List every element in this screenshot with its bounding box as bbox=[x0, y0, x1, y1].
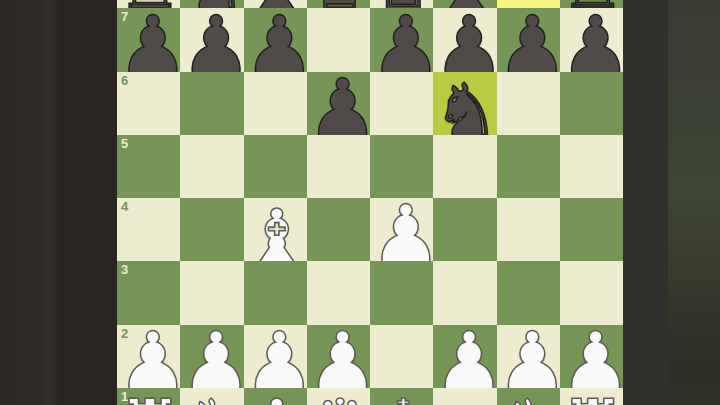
square-d1[interactable]: ♛ bbox=[307, 388, 370, 405]
video-frame: 8♜♞♝♛♚♝♜7♟♟♟♟♟♟♟6♟♞54♝♟32♟♟♟♟♟♟♟1♜♞♝♛♚♞♜ bbox=[0, 0, 720, 405]
square-d8[interactable]: ♛ bbox=[307, 0, 370, 8]
letterbox-left-bar bbox=[0, 0, 117, 405]
square-e3[interactable] bbox=[370, 261, 433, 324]
square-b2[interactable]: ♟ bbox=[180, 325, 243, 388]
rank-label-5: 5 bbox=[121, 137, 128, 150]
square-g6[interactable] bbox=[497, 72, 560, 135]
square-g4[interactable] bbox=[497, 198, 560, 261]
square-f6[interactable]: ♞ bbox=[433, 72, 496, 135]
square-a4[interactable]: 4 bbox=[117, 198, 180, 261]
square-e7[interactable]: ♟ bbox=[370, 8, 433, 71]
square-d5[interactable] bbox=[307, 135, 370, 198]
square-h4[interactable] bbox=[560, 198, 623, 261]
rank-label-3: 3 bbox=[121, 263, 128, 276]
square-g7[interactable]: ♟ bbox=[497, 8, 560, 71]
piece-white-king[interactable]: ♚ bbox=[370, 389, 433, 405]
square-e6[interactable] bbox=[370, 72, 433, 135]
piece-white-knight[interactable]: ♞ bbox=[180, 389, 243, 405]
square-b7[interactable]: ♟ bbox=[180, 8, 243, 71]
square-h2[interactable]: ♟ bbox=[560, 325, 623, 388]
square-a6[interactable]: 6 bbox=[117, 72, 180, 135]
square-b4[interactable] bbox=[180, 198, 243, 261]
square-f1[interactable] bbox=[433, 388, 496, 405]
letterbox-right-blur bbox=[668, 0, 720, 405]
rank-label-6: 6 bbox=[121, 74, 128, 87]
square-f4[interactable] bbox=[433, 198, 496, 261]
square-a1[interactable]: 1♜ bbox=[117, 388, 180, 405]
piece-white-bishop[interactable]: ♝ bbox=[244, 389, 307, 405]
square-c4[interactable]: ♝ bbox=[244, 198, 307, 261]
square-c7[interactable]: ♟ bbox=[244, 8, 307, 71]
square-g2[interactable]: ♟ bbox=[497, 325, 560, 388]
square-b1[interactable]: ♞ bbox=[180, 388, 243, 405]
square-f7[interactable]: ♟ bbox=[433, 8, 496, 71]
square-d6[interactable]: ♟ bbox=[307, 72, 370, 135]
square-a5[interactable]: 5 bbox=[117, 135, 180, 198]
chess-board: 8♜♞♝♛♚♝♜7♟♟♟♟♟♟♟6♟♞54♝♟32♟♟♟♟♟♟♟1♜♞♝♛♚♞♜ bbox=[117, 0, 623, 405]
piece-white-rook[interactable]: ♜ bbox=[560, 389, 623, 405]
piece-white-knight[interactable]: ♞ bbox=[497, 389, 560, 405]
square-g1[interactable]: ♞ bbox=[497, 388, 560, 405]
piece-white-rook[interactable]: ♜ bbox=[117, 389, 180, 405]
square-b5[interactable] bbox=[180, 135, 243, 198]
square-f5[interactable] bbox=[433, 135, 496, 198]
square-c2[interactable]: ♟ bbox=[244, 325, 307, 388]
square-e1[interactable]: ♚ bbox=[370, 388, 433, 405]
square-h1[interactable]: ♜ bbox=[560, 388, 623, 405]
square-h6[interactable] bbox=[560, 72, 623, 135]
square-h5[interactable] bbox=[560, 135, 623, 198]
square-c1[interactable]: ♝ bbox=[244, 388, 307, 405]
square-a2[interactable]: 2♟ bbox=[117, 325, 180, 388]
rank-label-4: 4 bbox=[121, 200, 128, 213]
piece-white-queen[interactable]: ♛ bbox=[307, 389, 370, 405]
square-h7[interactable]: ♟ bbox=[560, 8, 623, 71]
square-d2[interactable]: ♟ bbox=[307, 325, 370, 388]
square-c5[interactable] bbox=[244, 135, 307, 198]
square-b6[interactable] bbox=[180, 72, 243, 135]
square-c6[interactable] bbox=[244, 72, 307, 135]
square-f2[interactable]: ♟ bbox=[433, 325, 496, 388]
square-g5[interactable] bbox=[497, 135, 560, 198]
square-d4[interactable] bbox=[307, 198, 370, 261]
square-a7[interactable]: 7♟ bbox=[117, 8, 180, 71]
square-e4[interactable]: ♟ bbox=[370, 198, 433, 261]
square-e2[interactable] bbox=[370, 325, 433, 388]
